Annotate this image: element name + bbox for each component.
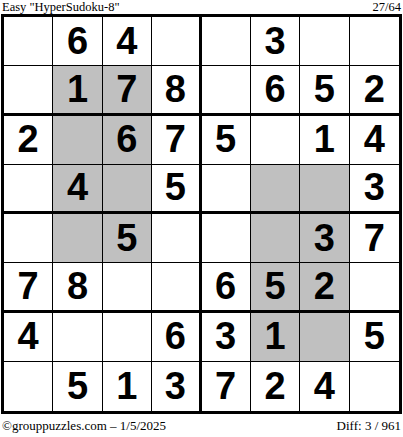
footer: ©grouppuzzles.com – 1/5/2025 Diff: 3 / 9… <box>0 414 403 433</box>
cell-r6c6[interactable]: 5 <box>251 263 300 312</box>
cell-r1c2[interactable]: 6 <box>53 17 102 66</box>
cell-r8c4[interactable]: 3 <box>152 362 201 411</box>
cell-r5c1[interactable] <box>4 214 53 263</box>
cell-r3c4[interactable]: 7 <box>152 116 201 165</box>
cell-r1c5[interactable] <box>202 17 251 66</box>
cell-r8c2[interactable]: 5 <box>53 362 102 411</box>
cell-r1c1[interactable] <box>4 17 53 66</box>
cell-r8c8[interactable] <box>350 362 399 411</box>
cell-r3c2[interactable] <box>53 116 102 165</box>
cell-r5c2[interactable] <box>53 214 102 263</box>
cell-r6c4[interactable] <box>152 263 201 312</box>
page-title: Easy "HyperSudoku-8" <box>2 1 119 14</box>
cell-r1c6[interactable]: 3 <box>251 17 300 66</box>
cell-r2c5[interactable] <box>202 66 251 115</box>
cell-r3c7[interactable]: 1 <box>300 116 349 165</box>
cell-r3c6[interactable] <box>251 116 300 165</box>
puzzle-page: Easy "HyperSudoku-8" 27/64 6431786522675… <box>0 0 403 437</box>
cell-r2c7[interactable]: 5 <box>300 66 349 115</box>
cell-r3c8[interactable]: 4 <box>350 116 399 165</box>
cell-r1c4[interactable] <box>152 17 201 66</box>
cell-r8c1[interactable] <box>4 362 53 411</box>
cell-r7c1[interactable]: 4 <box>4 313 53 362</box>
cell-r8c6[interactable]: 2 <box>251 362 300 411</box>
cell-r4c4[interactable]: 5 <box>152 165 201 214</box>
copyright-credit: ©grouppuzzles.com – 1/5/2025 <box>2 419 166 433</box>
cell-r7c4[interactable]: 6 <box>152 313 201 362</box>
cell-r4c8[interactable]: 3 <box>350 165 399 214</box>
cell-r1c8[interactable] <box>350 17 399 66</box>
cell-r4c6[interactable] <box>251 165 300 214</box>
cell-r5c4[interactable] <box>152 214 201 263</box>
cell-r7c6[interactable]: 1 <box>251 313 300 362</box>
cell-r5c6[interactable] <box>251 214 300 263</box>
cell-r1c3[interactable]: 4 <box>103 17 152 66</box>
cell-r2c6[interactable]: 6 <box>251 66 300 115</box>
cell-r4c7[interactable] <box>300 165 349 214</box>
cell-r7c5[interactable]: 3 <box>202 313 251 362</box>
cell-r8c3[interactable]: 1 <box>103 362 152 411</box>
cell-r4c1[interactable] <box>4 165 53 214</box>
cell-r1c7[interactable] <box>300 17 349 66</box>
cell-counter: 27/64 <box>373 1 401 14</box>
cell-r2c8[interactable]: 2 <box>350 66 399 115</box>
cell-r4c2[interactable]: 4 <box>53 165 102 214</box>
cell-r2c1[interactable] <box>4 66 53 115</box>
cell-r5c8[interactable]: 7 <box>350 214 399 263</box>
cell-r5c5[interactable] <box>202 214 251 263</box>
cell-r3c3[interactable]: 6 <box>103 116 152 165</box>
cell-r6c7[interactable]: 2 <box>300 263 349 312</box>
cell-r3c1[interactable]: 2 <box>4 116 53 165</box>
cell-r3c5[interactable]: 5 <box>202 116 251 165</box>
cell-r4c5[interactable] <box>202 165 251 214</box>
cell-r8c5[interactable]: 7 <box>202 362 251 411</box>
cell-r6c1[interactable]: 7 <box>4 263 53 312</box>
cell-r6c5[interactable]: 6 <box>202 263 251 312</box>
cell-r5c3[interactable]: 5 <box>103 214 152 263</box>
cell-r6c2[interactable]: 8 <box>53 263 102 312</box>
cell-r2c3[interactable]: 7 <box>103 66 152 115</box>
cell-r7c2[interactable] <box>53 313 102 362</box>
cell-r7c8[interactable]: 5 <box>350 313 399 362</box>
cell-r7c3[interactable] <box>103 313 152 362</box>
cell-r2c4[interactable]: 8 <box>152 66 201 115</box>
cell-r2c2[interactable]: 1 <box>53 66 102 115</box>
cell-r8c7[interactable]: 4 <box>300 362 349 411</box>
board: 6431786522675144535377865246315513724 <box>1 14 402 414</box>
cell-r5c7[interactable]: 3 <box>300 214 349 263</box>
header: Easy "HyperSudoku-8" 27/64 <box>0 0 403 14</box>
cell-r4c3[interactable] <box>103 165 152 214</box>
cell-r6c3[interactable] <box>103 263 152 312</box>
difficulty-label: Diff: 3 / 961 <box>337 419 401 433</box>
cell-r7c7[interactable] <box>300 313 349 362</box>
cell-r6c8[interactable] <box>350 263 399 312</box>
